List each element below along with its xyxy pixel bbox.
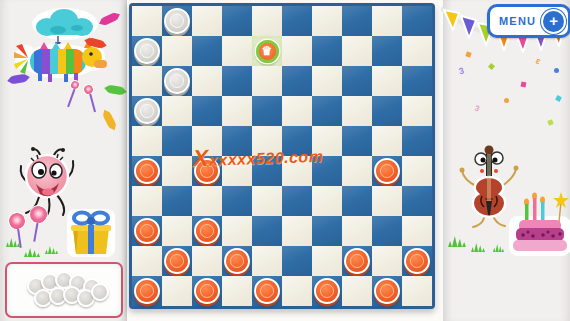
grass-tuft [45, 246, 58, 254]
grass-tuft [24, 248, 40, 257]
grass-tuft [448, 236, 466, 247]
square-r7c5[interactable] [252, 186, 282, 216]
square-r9c7[interactable] [312, 246, 342, 276]
menu-button-label: MENU [499, 15, 536, 27]
square-r1c2[interactable] [162, 6, 192, 36]
square-r2c3[interactable] [192, 36, 222, 66]
square-r9c10[interactable] [402, 246, 432, 276]
captured-white-piece [91, 283, 109, 301]
orange-piece[interactable] [374, 158, 400, 184]
square-r9c5[interactable] [252, 246, 282, 276]
square-r9c2[interactable] [162, 246, 192, 276]
square-r3c2[interactable] [162, 66, 192, 96]
orange-piece[interactable] [134, 218, 160, 244]
orange-piece[interactable] [194, 278, 220, 304]
square-r3c4[interactable] [222, 66, 252, 96]
square-r6c9[interactable] [372, 156, 402, 186]
square-r10c7[interactable] [312, 276, 342, 306]
square-r4c1[interactable] [132, 96, 162, 126]
orange-piece[interactable] [164, 248, 190, 274]
captured-white-tray [5, 262, 123, 318]
birthday-cake-sticker [509, 190, 570, 258]
square-r10c3[interactable] [192, 276, 222, 306]
square-r8c1[interactable] [132, 216, 162, 246]
menu-button[interactable]: MENU + [487, 4, 570, 38]
square-r4c9[interactable] [372, 96, 402, 126]
watermark-text: Xxxxxx520.com [193, 141, 324, 173]
square-r9c3[interactable] [192, 246, 222, 276]
square-r9c1[interactable] [132, 246, 162, 276]
orange-piece[interactable] [224, 248, 250, 274]
square-r7c2[interactable] [162, 186, 192, 216]
orange-piece[interactable] [134, 278, 160, 304]
square-r3c9[interactable] [372, 66, 402, 96]
square-r8c2[interactable] [162, 216, 192, 246]
square-r2c8[interactable] [342, 36, 372, 66]
confetti: 3 [474, 104, 481, 114]
square-r5c1[interactable] [132, 126, 162, 156]
square-r1c6[interactable] [282, 6, 312, 36]
square-r1c10[interactable] [402, 6, 432, 36]
square-r5c9[interactable] [372, 126, 402, 156]
square-r4c2[interactable] [162, 96, 192, 126]
orange-piece[interactable] [404, 248, 430, 274]
square-r7c9[interactable] [372, 186, 402, 216]
square-r4c5[interactable] [252, 96, 282, 126]
square-r8c10[interactable] [402, 216, 432, 246]
square-r7c6[interactable] [282, 186, 312, 216]
square-r6c2[interactable] [162, 156, 192, 186]
square-r5c10[interactable] [402, 126, 432, 156]
square-r8c4[interactable] [222, 216, 252, 246]
square-r3c5[interactable] [252, 66, 282, 96]
white-piece[interactable] [164, 8, 190, 34]
square-r1c3[interactable] [192, 6, 222, 36]
grass-tuft [493, 244, 504, 252]
square-r4c3[interactable] [192, 96, 222, 126]
square-r3c7[interactable] [312, 66, 342, 96]
square-r10c1[interactable] [132, 276, 162, 306]
square-r4c6[interactable] [282, 96, 312, 126]
orange-piece[interactable] [134, 158, 160, 184]
orange-piece[interactable] [344, 248, 370, 274]
left-decor-panel [0, 0, 127, 321]
candy-yellow [103, 112, 117, 129]
square-r7c4[interactable] [222, 186, 252, 216]
square-r1c1[interactable] [132, 6, 162, 36]
square-r4c4[interactable] [222, 96, 252, 126]
white-piece[interactable] [164, 68, 190, 94]
square-r10c8[interactable] [342, 276, 372, 306]
candy-green [107, 85, 123, 95]
candy-magenta [101, 12, 118, 26]
square-r3c10[interactable] [402, 66, 432, 96]
square-r3c1[interactable] [132, 66, 162, 96]
square-r4c7[interactable] [312, 96, 342, 126]
square-r8c3[interactable] [192, 216, 222, 246]
square-r8c8[interactable] [342, 216, 372, 246]
square-r7c10[interactable] [402, 186, 432, 216]
confetti [504, 98, 509, 103]
square-r10c4[interactable] [222, 276, 252, 306]
square-r4c10[interactable] [402, 96, 432, 126]
square-r6c1[interactable] [132, 156, 162, 186]
crowned-piece[interactable]: ♛ [256, 40, 279, 63]
square-r2c10[interactable] [402, 36, 432, 66]
square-r10c6[interactable] [282, 276, 312, 306]
square-r1c5[interactable] [252, 6, 282, 36]
square-r2c1[interactable] [132, 36, 162, 66]
square-r8c9[interactable] [372, 216, 402, 246]
square-r3c8[interactable] [342, 66, 372, 96]
confetti [555, 95, 562, 102]
square-r9c6[interactable] [282, 246, 312, 276]
square-r2c2[interactable] [162, 36, 192, 66]
square-r2c9[interactable] [372, 36, 402, 66]
square-r7c8[interactable] [342, 186, 372, 216]
white-piece[interactable] [134, 38, 160, 64]
confetti [521, 82, 527, 88]
square-r9c9[interactable] [372, 246, 402, 276]
square-r1c8[interactable] [342, 6, 372, 36]
square-r6c8[interactable] [342, 156, 372, 186]
square-r2c5[interactable]: ♛ [252, 36, 282, 66]
orange-piece[interactable] [194, 218, 220, 244]
board-area: ♛ Xxxxxx520.com [129, 3, 435, 309]
square-r10c10[interactable] [402, 276, 432, 306]
square-r2c4[interactable] [222, 36, 252, 66]
square-r10c5[interactable] [252, 276, 282, 306]
square-r5c2[interactable] [162, 126, 192, 156]
square-r8c5[interactable] [252, 216, 282, 246]
square-r4c8[interactable] [342, 96, 372, 126]
square-r10c2[interactable] [162, 276, 192, 306]
orange-piece[interactable] [374, 278, 400, 304]
confetti [554, 68, 559, 73]
square-r1c4[interactable] [222, 6, 252, 36]
square-r8c7[interactable] [312, 216, 342, 246]
square-r7c3[interactable] [192, 186, 222, 216]
square-r6c10[interactable] [402, 156, 432, 186]
square-r9c4[interactable] [222, 246, 252, 276]
square-r10c9[interactable] [372, 276, 402, 306]
square-r3c3[interactable] [192, 66, 222, 96]
confetti [547, 119, 553, 125]
square-r8c6[interactable] [282, 216, 312, 246]
square-r1c7[interactable] [312, 6, 342, 36]
square-r3c6[interactable] [282, 66, 312, 96]
square-r1c9[interactable] [372, 6, 402, 36]
gift-box-sticker [66, 204, 116, 258]
square-r7c1[interactable] [132, 186, 162, 216]
plus-icon[interactable]: + [541, 9, 566, 34]
square-r2c7[interactable] [312, 36, 342, 66]
square-r5c8[interactable] [342, 126, 372, 156]
orange-piece[interactable] [314, 278, 340, 304]
right-decor-panel: 3 ε 3 [443, 0, 570, 321]
orange-piece[interactable] [254, 278, 280, 304]
white-piece[interactable] [134, 98, 160, 124]
square-r9c8[interactable] [342, 246, 372, 276]
grass-tuft [471, 243, 485, 252]
square-r7c7[interactable] [312, 186, 342, 216]
square-r2c6[interactable] [282, 36, 312, 66]
